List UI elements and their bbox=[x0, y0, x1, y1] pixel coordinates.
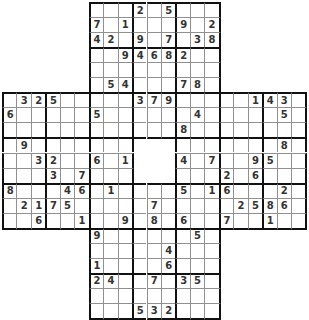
sudoku-cell-r2c13[interactable]: 9 bbox=[175, 17, 189, 32]
sudoku-cell-r9c21[interactable] bbox=[291, 122, 307, 137]
sudoku-cell-r14c13[interactable] bbox=[175, 198, 189, 213]
sudoku-cell-r1c13[interactable] bbox=[175, 2, 189, 17]
sudoku-cell-r12c1[interactable] bbox=[2, 168, 16, 183]
sudoku-cell-r2c8[interactable] bbox=[103, 17, 117, 32]
sudoku-cell-r8c11[interactable] bbox=[147, 107, 161, 122]
sudoku-cell-r7c18[interactable]: 1 bbox=[248, 92, 262, 107]
sudoku-cell-r21c8[interactable] bbox=[103, 303, 117, 320]
sudoku-cell-r3c7[interactable]: 4 bbox=[89, 32, 103, 47]
sudoku-cell-r9c18[interactable] bbox=[248, 122, 262, 137]
sudoku-cell-r11c1[interactable] bbox=[2, 153, 16, 168]
sudoku-cell-r11c14[interactable] bbox=[190, 153, 204, 168]
sudoku-cell-r1c14[interactable] bbox=[190, 2, 204, 17]
sudoku-cell-r10c7[interactable] bbox=[89, 137, 103, 152]
sudoku-cell-r19c9[interactable] bbox=[118, 273, 132, 288]
sudoku-cell-r17c10[interactable] bbox=[132, 243, 146, 258]
sudoku-cell-r9c7[interactable] bbox=[89, 122, 103, 137]
sudoku-cell-r9c3[interactable] bbox=[31, 122, 45, 137]
sudoku-cell-r8c2[interactable] bbox=[16, 107, 30, 122]
sudoku-given-digit: 8 bbox=[281, 141, 288, 151]
sudoku-cell-r19c10[interactable] bbox=[132, 273, 146, 288]
sudoku-cell-r3c14[interactable]: 3 bbox=[190, 32, 204, 47]
sudoku-cell-r1c15[interactable] bbox=[204, 2, 220, 17]
sudoku-cell-r8c14[interactable]: 4 bbox=[190, 107, 204, 122]
sudoku-given-digit: 9 bbox=[122, 51, 129, 61]
sudoku-cell-r10c9[interactable] bbox=[118, 137, 134, 152]
sudoku-cell-r14c10[interactable] bbox=[132, 198, 146, 213]
sudoku-cell-r7c9[interactable] bbox=[118, 92, 132, 107]
sudoku-cell-r10c20[interactable]: 8 bbox=[277, 137, 291, 152]
sudoku-cell-r10c1[interactable] bbox=[2, 137, 16, 152]
sudoku-cell-r10c17[interactable] bbox=[233, 137, 247, 152]
sudoku-cell-r20c7[interactable] bbox=[89, 288, 103, 303]
sudoku-cell-r14c17[interactable]: 2 bbox=[233, 198, 247, 213]
sudoku-cell-r11c18[interactable]: 9 bbox=[248, 153, 262, 168]
sudoku-cell-r14c15[interactable] bbox=[204, 198, 218, 213]
sudoku-cell-r8c15[interactable] bbox=[204, 107, 218, 122]
sudoku-cell-r9c13[interactable]: 8 bbox=[175, 122, 189, 137]
sudoku-cell-r8c3[interactable] bbox=[31, 107, 45, 122]
sudoku-puzzle-page: 2571924297389468254783253791436545898326… bbox=[0, 0, 309, 320]
sudoku-cell-r8c18[interactable] bbox=[248, 107, 262, 122]
sudoku-cell-r8c9[interactable] bbox=[118, 107, 132, 122]
sudoku-cell-r9c2[interactable] bbox=[16, 122, 30, 137]
sudoku-cell-r18c7[interactable]: 1 bbox=[89, 258, 103, 273]
sudoku-cell-r13c20[interactable]: 2 bbox=[277, 183, 291, 198]
sudoku-cell-r18c14[interactable] bbox=[190, 258, 204, 273]
sudoku-cell-r16c15[interactable] bbox=[204, 228, 220, 243]
sudoku-cell-r11c2[interactable] bbox=[16, 153, 30, 168]
sudoku-cell-r14c7[interactable] bbox=[89, 198, 103, 213]
sudoku-cell-r5c15[interactable] bbox=[204, 62, 220, 77]
sudoku-cell-r15c1[interactable] bbox=[2, 213, 16, 230]
sudoku-cell-r7c16[interactable] bbox=[219, 92, 233, 107]
sudoku-cell-r5c14[interactable] bbox=[190, 62, 204, 77]
sudoku-cell-r6c8[interactable]: 5 bbox=[103, 77, 117, 92]
sudoku-cell-r5c7[interactable] bbox=[89, 62, 103, 77]
sudoku-cell-r14c20[interactable]: 6 bbox=[277, 198, 291, 213]
sudoku-cell-r12c9[interactable] bbox=[118, 168, 134, 183]
sudoku-cell-r9c5[interactable] bbox=[60, 122, 74, 137]
sudoku-cell-r7c10[interactable]: 3 bbox=[132, 92, 146, 107]
sudoku-cell-r5c8[interactable] bbox=[103, 62, 117, 77]
sudoku-cell-r20c13[interactable] bbox=[175, 288, 189, 303]
sudoku-cell-r21c9[interactable] bbox=[118, 303, 132, 320]
sudoku-given-digit: 7 bbox=[78, 171, 85, 181]
sudoku-cell-r3c8[interactable]: 2 bbox=[103, 32, 117, 47]
sudoku-cell-r10c18[interactable] bbox=[248, 137, 262, 152]
sudoku-cell-r9c16[interactable] bbox=[219, 122, 233, 137]
sudoku-cell-r12c16[interactable]: 2 bbox=[219, 168, 233, 183]
sudoku-cell-r15c3[interactable]: 6 bbox=[31, 213, 45, 230]
sudoku-cell-r1c9[interactable] bbox=[118, 2, 132, 17]
sudoku-cell-r7c14[interactable] bbox=[190, 92, 204, 107]
sudoku-cell-r3c9[interactable] bbox=[118, 32, 132, 47]
sudoku-cell-r14c3[interactable]: 1 bbox=[31, 198, 45, 213]
sudoku-cell-r15c8[interactable] bbox=[103, 213, 117, 228]
sudoku-cell-r7c4[interactable]: 5 bbox=[45, 92, 59, 107]
sudoku-cell-r21c14[interactable] bbox=[190, 303, 204, 320]
sudoku-cell-r14c8[interactable] bbox=[103, 198, 117, 213]
sudoku-cell-r20c9[interactable] bbox=[118, 288, 132, 303]
sudoku-cell-r11c6[interactable] bbox=[74, 153, 88, 168]
sudoku-cell-r7c19[interactable]: 4 bbox=[262, 92, 276, 107]
sudoku-cell-r10c4[interactable] bbox=[45, 137, 59, 152]
sudoku-cell-r4c9[interactable]: 9 bbox=[118, 47, 132, 62]
sudoku-cell-r9c15[interactable] bbox=[204, 122, 218, 137]
sudoku-cell-r8c13[interactable] bbox=[175, 107, 189, 122]
sudoku-cell-r17c7[interactable] bbox=[89, 243, 103, 258]
sudoku-cell-r13c2[interactable] bbox=[16, 183, 30, 198]
sudoku-cell-r4c13[interactable]: 2 bbox=[175, 47, 189, 62]
sudoku-cell-r14c21[interactable] bbox=[291, 198, 307, 213]
sudoku-cell-r16c9[interactable] bbox=[118, 228, 132, 243]
sudoku-cell-r20c15[interactable] bbox=[204, 288, 220, 303]
sudoku-cell-r4c8[interactable] bbox=[103, 47, 117, 62]
sudoku-cell-r10c3[interactable] bbox=[31, 137, 45, 152]
sudoku-cell-r19c11[interactable]: 7 bbox=[147, 273, 161, 288]
sudoku-cell-r10c21[interactable] bbox=[291, 137, 307, 152]
sudoku-cell-r12c18[interactable]: 6 bbox=[248, 168, 262, 183]
sudoku-cell-r7c13[interactable] bbox=[175, 92, 189, 107]
sudoku-cell-r12c2[interactable] bbox=[16, 168, 30, 183]
sudoku-cell-r12c7[interactable] bbox=[89, 168, 103, 183]
sudoku-cell-r10c16[interactable] bbox=[219, 137, 233, 152]
sudoku-cell-r21c11[interactable]: 3 bbox=[147, 303, 161, 320]
sudoku-given-digit: 6 bbox=[93, 156, 100, 166]
sudoku-cell-r13c3[interactable] bbox=[31, 183, 45, 198]
sudoku-cell-r11c3[interactable]: 3 bbox=[31, 153, 45, 168]
sudoku-cell-r13c16[interactable]: 6 bbox=[219, 183, 233, 198]
sudoku-cell-r13c5[interactable]: 4 bbox=[60, 183, 74, 198]
sudoku-cell-r11c5[interactable] bbox=[60, 153, 74, 168]
sudoku-cell-r6c9[interactable]: 4 bbox=[118, 77, 132, 92]
sudoku-cell-r14c6[interactable] bbox=[74, 198, 88, 213]
sudoku-cell-r13c17[interactable] bbox=[233, 183, 247, 198]
sudoku-cell-r13c4[interactable] bbox=[45, 183, 59, 198]
sudoku-cell-r17c9[interactable] bbox=[118, 243, 132, 258]
sudoku-cell-r7c6[interactable] bbox=[74, 92, 88, 107]
sudoku-cell-r7c1[interactable] bbox=[2, 92, 16, 107]
sudoku-cell-r9c10[interactable] bbox=[132, 122, 146, 139]
sudoku-cell-r7c11[interactable]: 7 bbox=[147, 92, 161, 107]
sudoku-cell-r13c6[interactable]: 6 bbox=[74, 183, 88, 198]
sudoku-cell-r10c13[interactable] bbox=[175, 137, 189, 152]
sudoku-cell-r2c11[interactable] bbox=[147, 17, 161, 32]
sudoku-cell-r7c15[interactable] bbox=[204, 92, 218, 107]
sudoku-cell-r12c13[interactable] bbox=[175, 168, 189, 183]
sudoku-cell-r11c8[interactable] bbox=[103, 153, 117, 168]
sudoku-cell-r8c10[interactable] bbox=[132, 107, 146, 122]
sudoku-cell-r18c13[interactable] bbox=[175, 258, 189, 273]
sudoku-cell-r16c10[interactable] bbox=[132, 228, 146, 243]
sudoku-cell-r7c17[interactable] bbox=[233, 92, 247, 107]
sudoku-cell-r10c15[interactable] bbox=[204, 137, 218, 152]
sudoku-cell-r16c11[interactable] bbox=[147, 228, 161, 243]
sudoku-cell-r14c2[interactable]: 2 bbox=[16, 198, 30, 213]
sudoku-cell-r15c16[interactable]: 7 bbox=[219, 213, 233, 230]
sudoku-cell-r12c5[interactable] bbox=[60, 168, 74, 183]
sudoku-cell-r7c3[interactable]: 2 bbox=[31, 92, 45, 107]
sudoku-cell-r6c11[interactable] bbox=[147, 77, 161, 92]
sudoku-given-digit: 8 bbox=[194, 80, 201, 90]
sudoku-cell-r6c7[interactable] bbox=[89, 77, 103, 92]
sudoku-cell-r20c8[interactable] bbox=[103, 288, 117, 303]
sudoku-cell-r9c17[interactable] bbox=[233, 122, 247, 137]
sudoku-cell-r13c11[interactable] bbox=[147, 183, 161, 198]
sudoku-cell-r15c9[interactable]: 9 bbox=[118, 213, 132, 228]
sudoku-cell-r6c14[interactable]: 8 bbox=[190, 77, 204, 92]
sudoku-cell-r13c9[interactable] bbox=[118, 183, 132, 198]
sudoku-cell-r18c15[interactable] bbox=[204, 258, 220, 273]
sudoku-cell-r12c4[interactable]: 3 bbox=[45, 168, 59, 183]
sudoku-cell-r14c5[interactable]: 5 bbox=[60, 198, 74, 213]
sudoku-cell-r15c12[interactable] bbox=[161, 213, 175, 228]
sudoku-cell-r15c5[interactable] bbox=[60, 213, 74, 230]
sudoku-cell-r9c20[interactable] bbox=[277, 122, 291, 137]
sudoku-cell-r13c14[interactable] bbox=[190, 183, 204, 198]
sudoku-cell-r9c19[interactable] bbox=[262, 122, 276, 137]
sudoku-cell-r8c16[interactable] bbox=[219, 107, 233, 122]
sudoku-cell-r15c2[interactable] bbox=[16, 213, 30, 230]
sudoku-cell-r17c14[interactable] bbox=[190, 243, 204, 258]
sudoku-cell-r12c19[interactable] bbox=[262, 168, 276, 183]
sudoku-cell-r2c7[interactable]: 7 bbox=[89, 17, 103, 32]
sudoku-cell-r10c5[interactable] bbox=[60, 137, 74, 152]
sudoku-cell-r12c17[interactable] bbox=[233, 168, 247, 183]
sudoku-cell-r8c8[interactable] bbox=[103, 107, 117, 122]
sudoku-cell-r9c4[interactable] bbox=[45, 122, 59, 137]
sudoku-cell-r3c10[interactable]: 9 bbox=[132, 32, 146, 47]
sudoku-cell-r6c12[interactable] bbox=[161, 77, 175, 92]
sudoku-cell-r10c14[interactable] bbox=[190, 137, 204, 152]
sudoku-cell-r13c19[interactable] bbox=[262, 183, 276, 198]
sudoku-cell-r8c4[interactable] bbox=[45, 107, 59, 122]
sudoku-cell-r21c12[interactable]: 2 bbox=[161, 303, 175, 320]
sudoku-cell-r19c14[interactable]: 5 bbox=[190, 273, 204, 288]
sudoku-cell-r1c12[interactable]: 5 bbox=[161, 2, 175, 17]
sudoku-cell-r8c12[interactable] bbox=[161, 107, 175, 122]
sudoku-cell-r19c7[interactable]: 2 bbox=[89, 273, 103, 288]
sudoku-cell-r7c8[interactable] bbox=[103, 92, 117, 107]
sudoku-cell-r15c14[interactable] bbox=[190, 213, 204, 228]
sudoku-given-digit: 6 bbox=[223, 186, 230, 196]
sudoku-cell-r8c20[interactable]: 5 bbox=[277, 107, 291, 122]
sudoku-cell-r7c20[interactable]: 3 bbox=[277, 92, 291, 107]
sudoku-cell-r17c12[interactable]: 4 bbox=[161, 243, 175, 258]
sudoku-cell-r2c9[interactable]: 1 bbox=[118, 17, 132, 32]
sudoku-cell-r6c10[interactable] bbox=[132, 77, 146, 92]
sudoku-cell-r21c7[interactable] bbox=[89, 303, 103, 320]
sudoku-cell-r15c4[interactable] bbox=[45, 213, 59, 230]
sudoku-cell-r17c15[interactable] bbox=[204, 243, 220, 258]
sudoku-cell-r5c13[interactable] bbox=[175, 62, 189, 77]
sudoku-cell-r1c11[interactable] bbox=[147, 2, 161, 17]
sudoku-cell-r20c11[interactable] bbox=[147, 288, 161, 303]
sudoku-cell-r16c8[interactable] bbox=[103, 228, 117, 243]
sudoku-cell-r5c9[interactable] bbox=[118, 62, 132, 77]
sudoku-cell-r16c14[interactable]: 5 bbox=[190, 228, 204, 243]
sudoku-cell-r4c7[interactable] bbox=[89, 47, 103, 62]
sudoku-cell-r14c19[interactable]: 8 bbox=[262, 198, 276, 213]
sudoku-cell-r17c8[interactable] bbox=[103, 243, 117, 258]
sudoku-cell-r13c12[interactable] bbox=[161, 183, 175, 198]
sudoku-cell-r14c14[interactable] bbox=[190, 198, 204, 213]
sudoku-cell-r7c2[interactable]: 3 bbox=[16, 92, 30, 107]
sudoku-cell-r20c14[interactable] bbox=[190, 288, 204, 303]
sudoku-cell-r15c11[interactable]: 8 bbox=[147, 213, 161, 228]
sudoku-cell-r15c20[interactable] bbox=[277, 213, 291, 230]
sudoku-cell-r8c1[interactable]: 6 bbox=[2, 107, 16, 122]
sudoku-cell-r4c12[interactable]: 8 bbox=[161, 47, 175, 62]
sudoku-cell-r13c18[interactable] bbox=[248, 183, 262, 198]
sudoku-cell-r20c12[interactable] bbox=[161, 288, 175, 303]
sudoku-cell-r18c8[interactable] bbox=[103, 258, 117, 273]
sudoku-cell-r19c12[interactable] bbox=[161, 273, 175, 288]
sudoku-cell-r21c10[interactable]: 5 bbox=[132, 303, 146, 320]
sudoku-cell-r15c13[interactable]: 6 bbox=[175, 213, 189, 228]
sudoku-cell-r19c8[interactable]: 4 bbox=[103, 273, 117, 288]
sudoku-cell-r2c10[interactable] bbox=[132, 17, 146, 32]
sudoku-cell-r12c14[interactable] bbox=[190, 168, 204, 183]
sudoku-cell-r12c15[interactable] bbox=[204, 168, 218, 183]
sudoku-cell-r18c12[interactable]: 6 bbox=[161, 258, 175, 273]
sudoku-cell-r4c10[interactable]: 4 bbox=[132, 47, 146, 62]
sudoku-cell-r11c13[interactable]: 4 bbox=[175, 153, 189, 168]
sudoku-cell-r2c12[interactable] bbox=[161, 17, 175, 32]
sudoku-cell-r11c16[interactable] bbox=[219, 153, 233, 168]
sudoku-cell-r15c10[interactable] bbox=[132, 213, 146, 228]
sudoku-cell-r6c15[interactable] bbox=[204, 77, 220, 92]
sudoku-cell-r18c11[interactable] bbox=[147, 258, 161, 273]
sudoku-cell-r1c10[interactable]: 2 bbox=[132, 2, 146, 17]
sudoku-cell-r5c12[interactable] bbox=[161, 62, 175, 77]
sudoku-cell-r11c15[interactable]: 7 bbox=[204, 153, 218, 168]
sudoku-cell-r12c20[interactable] bbox=[277, 168, 291, 183]
sudoku-cell-r9c9[interactable] bbox=[118, 122, 132, 137]
sudoku-cell-r13c7[interactable] bbox=[89, 183, 103, 198]
sudoku-cell-r3c11[interactable] bbox=[147, 32, 161, 47]
sudoku-cell-r3c15[interactable]: 8 bbox=[204, 32, 220, 47]
sudoku-cell-r16c12[interactable] bbox=[161, 228, 175, 243]
sudoku-cell-r1c7[interactable] bbox=[89, 2, 103, 17]
sudoku-cell-r15c17[interactable] bbox=[233, 213, 247, 230]
sudoku-cell-r18c10[interactable] bbox=[132, 258, 146, 273]
sudoku-cell-r9c6[interactable] bbox=[74, 122, 88, 137]
sudoku-cell-r13c15[interactable]: 1 bbox=[204, 183, 218, 198]
sudoku-cell-r4c14[interactable] bbox=[190, 47, 204, 62]
sudoku-cell-r6c13[interactable]: 7 bbox=[175, 77, 189, 92]
sudoku-cell-r10c2[interactable]: 9 bbox=[16, 137, 30, 152]
sudoku-cell-r11c19[interactable]: 5 bbox=[262, 153, 276, 168]
sudoku-cell-r19c13[interactable]: 3 bbox=[175, 273, 189, 288]
sudoku-cell-r14c4[interactable]: 7 bbox=[45, 198, 59, 213]
sudoku-cell-r20c10[interactable] bbox=[132, 288, 146, 303]
sudoku-cell-r12c8[interactable] bbox=[103, 168, 117, 183]
sudoku-cell-r7c5[interactable] bbox=[60, 92, 74, 107]
sudoku-cell-r11c21[interactable] bbox=[291, 153, 307, 168]
sudoku-cell-r9c1[interactable] bbox=[2, 122, 16, 137]
sudoku-cell-r15c15[interactable] bbox=[204, 213, 218, 228]
sudoku-cell-r10c8[interactable] bbox=[103, 137, 117, 152]
sudoku-cell-r11c9[interactable]: 1 bbox=[118, 153, 134, 168]
sudoku-cell-r8c6[interactable] bbox=[74, 107, 88, 122]
sudoku-cell-r10c6[interactable] bbox=[74, 137, 88, 152]
sudoku-cell-r15c6[interactable]: 1 bbox=[74, 213, 88, 230]
sudoku-cell-r4c15[interactable] bbox=[204, 47, 220, 62]
sudoku-cell-r7c21[interactable] bbox=[291, 92, 307, 107]
sudoku-cell-r2c15[interactable]: 2 bbox=[204, 17, 220, 32]
sudoku-cell-r9c12[interactable] bbox=[161, 122, 175, 139]
sudoku-cell-r15c18[interactable] bbox=[248, 213, 262, 230]
sudoku-given-digit: 7 bbox=[165, 35, 172, 45]
sudoku-given-digit: 9 bbox=[165, 96, 172, 106]
sudoku-cell-r3c12[interactable]: 7 bbox=[161, 32, 175, 47]
sudoku-cell-r14c18[interactable]: 5 bbox=[248, 198, 262, 213]
sudoku-cell-r11c7[interactable]: 6 bbox=[89, 153, 103, 168]
sudoku-cell-r4c11[interactable]: 6 bbox=[147, 47, 161, 62]
sudoku-given-digit: 4 bbox=[107, 276, 114, 286]
sudoku-cell-r3c13[interactable] bbox=[175, 32, 189, 47]
sudoku-cell-r5c10[interactable] bbox=[132, 62, 146, 77]
sudoku-cell-r15c7[interactable] bbox=[89, 213, 103, 228]
sudoku-cell-r8c17[interactable] bbox=[233, 107, 247, 122]
sudoku-cell-r15c19[interactable]: 1 bbox=[262, 213, 276, 230]
sudoku-cell-r11c20[interactable] bbox=[277, 153, 291, 168]
sudoku-cell-r13c13[interactable]: 5 bbox=[175, 183, 189, 198]
sudoku-cell-r8c5[interactable] bbox=[60, 107, 74, 122]
sudoku-cell-r14c12[interactable] bbox=[161, 198, 175, 213]
sudoku-cell-r13c10[interactable] bbox=[132, 183, 146, 198]
sudoku-cell-r11c4[interactable]: 2 bbox=[45, 153, 59, 168]
sudoku-cell-r12c6[interactable]: 7 bbox=[74, 168, 88, 183]
sudoku-given-digit: 6 bbox=[180, 216, 187, 226]
sudoku-cell-r14c16[interactable] bbox=[219, 198, 233, 213]
sudoku-cell-r14c11[interactable]: 7 bbox=[147, 198, 161, 213]
sudoku-cell-r16c13[interactable] bbox=[175, 228, 189, 243]
sudoku-cell-r17c11[interactable] bbox=[147, 243, 161, 258]
sudoku-cell-r12c3[interactable] bbox=[31, 168, 45, 183]
sudoku-cell-r9c11[interactable] bbox=[147, 122, 161, 139]
sudoku-cell-r14c9[interactable] bbox=[118, 198, 132, 213]
sudoku-cell-r9c8[interactable] bbox=[103, 122, 117, 137]
sudoku-cell-r16c7[interactable]: 9 bbox=[89, 228, 103, 243]
sudoku-cell-r7c7[interactable] bbox=[89, 92, 103, 107]
sudoku-cell-r7c12[interactable]: 9 bbox=[161, 92, 175, 107]
sudoku-cell-r13c21[interactable] bbox=[291, 183, 307, 198]
sudoku-cell-r13c1[interactable]: 8 bbox=[2, 183, 16, 198]
sudoku-cell-r15c21[interactable] bbox=[291, 213, 307, 230]
sudoku-cell-r18c9[interactable] bbox=[118, 258, 132, 273]
sudoku-cell-r13c8[interactable]: 1 bbox=[103, 183, 117, 198]
sudoku-given-digit: 3 bbox=[180, 276, 187, 286]
sudoku-cell-r21c13[interactable] bbox=[175, 303, 189, 320]
sudoku-cell-r14c1[interactable] bbox=[2, 198, 16, 213]
sudoku-cell-r11c17[interactable] bbox=[233, 153, 247, 168]
sudoku-cell-r19c15[interactable] bbox=[204, 273, 220, 288]
sudoku-cell-r8c21[interactable] bbox=[291, 107, 307, 122]
sudoku-cell-r12c21[interactable] bbox=[291, 168, 307, 183]
sudoku-cell-r5c11[interactable] bbox=[147, 62, 161, 77]
sudoku-cell-r21c15[interactable] bbox=[204, 303, 220, 320]
sudoku-cell-r2c14[interactable] bbox=[190, 17, 204, 32]
sudoku-cell-r1c8[interactable] bbox=[103, 2, 117, 17]
sudoku-cell-r8c7[interactable]: 5 bbox=[89, 107, 103, 122]
sudoku-cell-r9c14[interactable] bbox=[190, 122, 204, 137]
sudoku-cell-r8c19[interactable] bbox=[262, 107, 276, 122]
sudoku-cell-r17c13[interactable] bbox=[175, 243, 189, 258]
sudoku-cell-r10c19[interactable] bbox=[262, 137, 276, 152]
